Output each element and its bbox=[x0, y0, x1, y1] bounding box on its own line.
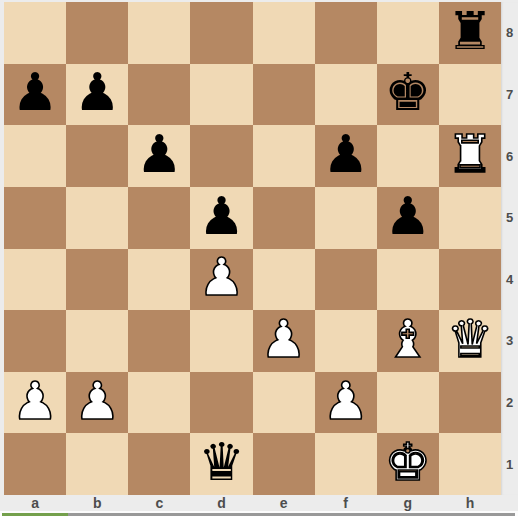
piece-black-king[interactable]: ♚ bbox=[385, 66, 432, 118]
square-a3[interactable] bbox=[4, 310, 66, 372]
file-coordinates: abcdefgh bbox=[4, 495, 501, 511]
piece-black-rook[interactable]: ♜ bbox=[447, 5, 494, 57]
square-g6[interactable] bbox=[377, 125, 439, 187]
rank-label-5: 5 bbox=[501, 187, 518, 249]
rank-label-8: 8 bbox=[501, 2, 518, 64]
square-g4[interactable] bbox=[377, 249, 439, 311]
square-d6[interactable] bbox=[190, 125, 252, 187]
rank-label-7: 7 bbox=[501, 64, 518, 126]
square-d4[interactable]: ♟ bbox=[190, 249, 252, 311]
piece-black-pawn[interactable]: ♟ bbox=[12, 66, 59, 118]
square-b1[interactable] bbox=[66, 433, 128, 495]
square-h6[interactable]: ♜ bbox=[439, 125, 501, 187]
square-c4[interactable] bbox=[128, 249, 190, 311]
square-f5[interactable] bbox=[315, 187, 377, 249]
file-label-f: f bbox=[315, 495, 377, 511]
square-c7[interactable] bbox=[128, 64, 190, 126]
square-b2[interactable]: ♟ bbox=[66, 372, 128, 434]
square-b7[interactable]: ♟ bbox=[66, 64, 128, 126]
square-h8[interactable]: ♜ bbox=[439, 2, 501, 64]
square-a1[interactable] bbox=[4, 433, 66, 495]
piece-white-rook[interactable]: ♜ bbox=[447, 128, 494, 180]
square-e8[interactable] bbox=[253, 2, 315, 64]
square-g3[interactable]: ♝ bbox=[377, 310, 439, 372]
square-c8[interactable] bbox=[128, 2, 190, 64]
file-label-g: g bbox=[377, 495, 439, 511]
rank-coordinates: 87654321 bbox=[501, 2, 518, 495]
square-g7[interactable]: ♚ bbox=[377, 64, 439, 126]
chess-board: ♜♟♟♚♟♟♜♟♟♟♟♝♛♟♟♟♛♚ bbox=[4, 2, 501, 495]
square-g8[interactable] bbox=[377, 2, 439, 64]
square-a2[interactable]: ♟ bbox=[4, 372, 66, 434]
square-b8[interactable] bbox=[66, 2, 128, 64]
square-b5[interactable] bbox=[66, 187, 128, 249]
file-label-c: c bbox=[128, 495, 190, 511]
app-frame: ♜♟♟♚♟♟♜♟♟♟♟♝♛♟♟♟♛♚ 87654321 abcdefgh bbox=[0, 0, 518, 516]
square-h4[interactable] bbox=[439, 249, 501, 311]
square-e2[interactable] bbox=[253, 372, 315, 434]
square-b6[interactable] bbox=[66, 125, 128, 187]
rank-label-3: 3 bbox=[501, 310, 518, 372]
square-h7[interactable] bbox=[439, 64, 501, 126]
piece-black-queen[interactable]: ♛ bbox=[198, 436, 245, 488]
square-f4[interactable] bbox=[315, 249, 377, 311]
square-f3[interactable] bbox=[315, 310, 377, 372]
square-c1[interactable] bbox=[128, 433, 190, 495]
bottom-bar bbox=[0, 511, 518, 516]
square-f8[interactable] bbox=[315, 2, 377, 64]
square-d1[interactable]: ♛ bbox=[190, 433, 252, 495]
rank-label-4: 4 bbox=[501, 249, 518, 311]
square-e1[interactable] bbox=[253, 433, 315, 495]
square-d2[interactable] bbox=[190, 372, 252, 434]
rank-label-6: 6 bbox=[501, 125, 518, 187]
square-a7[interactable]: ♟ bbox=[4, 64, 66, 126]
square-g1[interactable]: ♚ bbox=[377, 433, 439, 495]
piece-black-pawn[interactable]: ♟ bbox=[136, 128, 183, 180]
file-label-a: a bbox=[4, 495, 66, 511]
square-c5[interactable] bbox=[128, 187, 190, 249]
square-g2[interactable] bbox=[377, 372, 439, 434]
piece-white-pawn[interactable]: ♟ bbox=[198, 251, 245, 303]
square-a5[interactable] bbox=[4, 187, 66, 249]
square-c2[interactable] bbox=[128, 372, 190, 434]
rank-label-1: 1 bbox=[501, 433, 518, 495]
square-h3[interactable]: ♛ bbox=[439, 310, 501, 372]
square-f6[interactable]: ♟ bbox=[315, 125, 377, 187]
square-d5[interactable]: ♟ bbox=[190, 187, 252, 249]
square-e3[interactable]: ♟ bbox=[253, 310, 315, 372]
square-c3[interactable] bbox=[128, 310, 190, 372]
square-a6[interactable] bbox=[4, 125, 66, 187]
square-h1[interactable] bbox=[439, 433, 501, 495]
rank-label-2: 2 bbox=[501, 372, 518, 434]
piece-black-pawn[interactable]: ♟ bbox=[385, 190, 432, 242]
square-c6[interactable]: ♟ bbox=[128, 125, 190, 187]
piece-black-pawn[interactable]: ♟ bbox=[322, 128, 369, 180]
square-e5[interactable] bbox=[253, 187, 315, 249]
coordinate-corner bbox=[501, 495, 518, 511]
square-h5[interactable] bbox=[439, 187, 501, 249]
file-label-d: d bbox=[190, 495, 252, 511]
file-label-h: h bbox=[439, 495, 501, 511]
piece-white-pawn[interactable]: ♟ bbox=[260, 313, 307, 365]
square-e6[interactable] bbox=[253, 125, 315, 187]
piece-black-pawn[interactable]: ♟ bbox=[74, 66, 121, 118]
square-e7[interactable] bbox=[253, 64, 315, 126]
progress-fill bbox=[2, 513, 68, 516]
piece-white-queen[interactable]: ♛ bbox=[447, 313, 494, 365]
square-a4[interactable] bbox=[4, 249, 66, 311]
file-label-e: e bbox=[253, 495, 315, 511]
file-label-b: b bbox=[66, 495, 128, 511]
piece-white-pawn[interactable]: ♟ bbox=[322, 375, 369, 427]
piece-black-pawn[interactable]: ♟ bbox=[198, 190, 245, 242]
piece-white-king[interactable]: ♚ bbox=[385, 436, 432, 488]
piece-white-pawn[interactable]: ♟ bbox=[12, 375, 59, 427]
square-d7[interactable] bbox=[190, 64, 252, 126]
square-a8[interactable] bbox=[4, 2, 66, 64]
square-f1[interactable] bbox=[315, 433, 377, 495]
square-b4[interactable] bbox=[66, 249, 128, 311]
piece-white-bishop[interactable]: ♝ bbox=[385, 313, 432, 365]
square-d8[interactable] bbox=[190, 2, 252, 64]
square-f2[interactable]: ♟ bbox=[315, 372, 377, 434]
square-h2[interactable] bbox=[439, 372, 501, 434]
square-e4[interactable] bbox=[253, 249, 315, 311]
square-f7[interactable] bbox=[315, 64, 377, 126]
square-g5[interactable]: ♟ bbox=[377, 187, 439, 249]
progress-track bbox=[2, 513, 515, 516]
square-b3[interactable] bbox=[66, 310, 128, 372]
piece-white-pawn[interactable]: ♟ bbox=[74, 375, 121, 427]
square-d3[interactable] bbox=[190, 310, 252, 372]
